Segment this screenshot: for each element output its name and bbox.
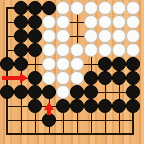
black-stone — [0, 57, 14, 71]
white-stone — [56, 29, 70, 43]
black-stone — [126, 71, 140, 85]
white-stone — [84, 15, 98, 29]
black-stone — [126, 99, 140, 113]
white-stone — [56, 43, 70, 57]
black-stone — [112, 99, 126, 113]
black-stone — [98, 99, 112, 113]
black-stone — [14, 43, 28, 57]
white-stone — [70, 43, 84, 57]
white-stone — [84, 43, 98, 57]
black-stone — [126, 57, 140, 71]
black-stone — [42, 113, 56, 127]
white-stone — [98, 15, 112, 29]
black-stone — [112, 57, 126, 71]
red-right-arrowhead-icon — [20, 73, 28, 83]
white-stone — [70, 57, 84, 71]
black-stone — [28, 71, 42, 85]
black-stone — [84, 71, 98, 85]
black-stone — [28, 43, 42, 57]
white-stone — [56, 1, 70, 15]
black-stone — [126, 85, 140, 99]
white-stone — [56, 57, 70, 71]
white-stone — [56, 85, 70, 99]
black-stone — [98, 71, 112, 85]
white-stone — [98, 29, 112, 43]
red-up-arrowhead-icon — [44, 102, 54, 110]
white-stone — [112, 43, 126, 57]
white-stone — [42, 15, 56, 29]
white-stone — [126, 29, 140, 43]
white-stone — [112, 1, 126, 15]
black-stone — [28, 29, 42, 43]
black-stone — [112, 71, 126, 85]
white-stone — [98, 1, 112, 15]
black-stone — [98, 57, 112, 71]
white-stone — [42, 57, 56, 71]
white-stone — [84, 1, 98, 15]
black-stone — [84, 99, 98, 113]
black-stone — [0, 85, 14, 99]
white-stone — [42, 71, 56, 85]
black-stone — [28, 15, 42, 29]
black-stone — [56, 99, 70, 113]
black-stone — [14, 29, 28, 43]
black-stone — [14, 1, 28, 15]
black-stone — [28, 85, 42, 99]
black-stone — [28, 99, 42, 113]
white-stone — [126, 43, 140, 57]
black-stone — [14, 85, 28, 99]
black-stone — [70, 99, 84, 113]
black-stone — [14, 57, 28, 71]
black-stone — [42, 85, 56, 99]
grid-horizontal-line — [6, 133, 134, 135]
white-stone — [84, 29, 98, 43]
white-stone — [42, 43, 56, 57]
red-up-arrow-marker — [47, 110, 51, 115]
black-stone — [14, 15, 28, 29]
white-stone — [42, 29, 56, 43]
red-right-arrow-marker — [2, 76, 20, 80]
white-stone — [70, 71, 84, 85]
grid-horizontal-line — [6, 120, 134, 121]
black-stone — [70, 85, 84, 99]
white-stone — [112, 29, 126, 43]
white-stone — [98, 43, 112, 57]
go-board[interactable] — [0, 0, 144, 144]
white-stone — [56, 15, 70, 29]
white-stone — [56, 71, 70, 85]
white-stone — [112, 15, 126, 29]
grid-vertical-line — [6, 7, 8, 135]
black-stone — [42, 1, 56, 15]
white-stone — [126, 1, 140, 15]
white-stone — [70, 1, 84, 15]
white-stone — [126, 15, 140, 29]
black-stone — [84, 85, 98, 99]
black-stone — [28, 1, 42, 15]
